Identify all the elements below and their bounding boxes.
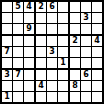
empty-cell-r5c4[interactable] (36, 47, 46, 57)
given-digit-cell-r7c2[interactable]: 7 (13, 70, 23, 80)
empty-cell-r5c2[interactable] (13, 47, 23, 57)
given-digit-cell-r2c8[interactable]: 3 (81, 13, 91, 23)
sudoku-box-4: 7 (2, 36, 34, 68)
empty-cell-r4c8[interactable] (81, 36, 91, 46)
empty-cell-r9c5[interactable] (47, 92, 57, 102)
empty-cell-r8c9[interactable] (92, 81, 102, 91)
given-digit-cell-r3c3[interactable]: 9 (24, 24, 34, 34)
empty-cell-r7c9[interactable] (92, 70, 102, 80)
empty-cell-r5c7[interactable] (70, 47, 80, 57)
given-digit-cell-r1c2[interactable]: 5 (13, 2, 23, 12)
empty-cell-r6c4[interactable] (36, 58, 46, 68)
given-digit-cell-r9c1[interactable]: 1 (2, 92, 12, 102)
given-digit-cell-r7c8[interactable]: 6 (81, 70, 91, 80)
empty-cell-r4c5[interactable] (47, 36, 57, 46)
empty-cell-r9c2[interactable] (13, 92, 23, 102)
empty-cell-r6c7[interactable] (70, 58, 80, 68)
empty-cell-r2c5[interactable] (47, 13, 57, 23)
empty-cell-r7c7[interactable] (70, 70, 80, 80)
empty-cell-r5c3[interactable] (24, 47, 34, 57)
empty-cell-r2c4[interactable] (36, 13, 46, 23)
empty-cell-r6c5[interactable] (47, 58, 57, 68)
empty-cell-r1c1[interactable] (2, 2, 12, 12)
empty-cell-r5c8[interactable] (81, 47, 91, 57)
given-digit-cell-r7c1[interactable]: 3 (2, 70, 12, 80)
empty-cell-r2c2[interactable] (13, 13, 23, 23)
given-digit-cell-r4c7[interactable]: 2 (70, 36, 80, 46)
empty-cell-r1c6[interactable] (58, 2, 68, 12)
sudoku-box-6: 24 (70, 36, 102, 68)
empty-cell-r6c8[interactable] (81, 58, 91, 68)
empty-cell-r1c8[interactable] (81, 2, 91, 12)
sudoku-box-7: 371 (2, 70, 34, 102)
given-digit-cell-r1c3[interactable]: 4 (24, 2, 34, 12)
empty-cell-r4c3[interactable] (24, 36, 34, 46)
empty-cell-r1c9[interactable] (92, 2, 102, 12)
empty-cell-r6c2[interactable] (13, 58, 23, 68)
given-digit-cell-r5c5[interactable]: 3 (47, 47, 57, 57)
empty-cell-r9c9[interactable] (92, 92, 102, 102)
empty-cell-r9c3[interactable] (24, 92, 34, 102)
sudoku-box-3: 3 (70, 2, 102, 34)
sudoku-board: 54926373124371468 (0, 0, 104, 104)
given-digit-cell-r1c5[interactable]: 6 (47, 2, 57, 12)
empty-cell-r8c8[interactable] (81, 81, 91, 91)
given-digit-cell-r1c4[interactable]: 2 (36, 2, 46, 12)
empty-cell-r8c1[interactable] (2, 81, 12, 91)
empty-cell-r4c2[interactable] (13, 36, 23, 46)
empty-cell-r3c6[interactable] (58, 24, 68, 34)
given-digit-cell-r4c9[interactable]: 4 (92, 36, 102, 46)
empty-cell-r9c6[interactable] (58, 92, 68, 102)
given-digit-cell-r6c6[interactable]: 1 (58, 58, 68, 68)
empty-cell-r3c2[interactable] (13, 24, 23, 34)
empty-cell-r6c1[interactable] (2, 58, 12, 68)
empty-cell-r7c3[interactable] (24, 70, 34, 80)
empty-cell-r6c9[interactable] (92, 58, 102, 68)
empty-cell-r4c1[interactable] (2, 36, 12, 46)
empty-cell-r3c1[interactable] (2, 24, 12, 34)
sudoku-box-1: 549 (2, 2, 34, 34)
sudoku-box-8: 4 (36, 70, 68, 102)
empty-cell-r2c6[interactable] (58, 13, 68, 23)
given-digit-cell-r5c1[interactable]: 7 (2, 47, 12, 57)
empty-cell-r8c2[interactable] (13, 81, 23, 91)
sudoku-box-2: 26 (36, 2, 68, 34)
empty-cell-r5c9[interactable] (92, 47, 102, 57)
given-digit-cell-r8c7[interactable]: 8 (70, 81, 80, 91)
empty-cell-r8c5[interactable] (47, 81, 57, 91)
empty-cell-r2c7[interactable] (70, 13, 80, 23)
empty-cell-r2c1[interactable] (2, 13, 12, 23)
empty-cell-r4c4[interactable] (36, 36, 46, 46)
empty-cell-r3c4[interactable] (36, 24, 46, 34)
empty-cell-r4c6[interactable] (58, 36, 68, 46)
empty-cell-r2c3[interactable] (24, 13, 34, 23)
empty-cell-r9c8[interactable] (81, 92, 91, 102)
empty-cell-r3c5[interactable] (47, 24, 57, 34)
empty-cell-r2c9[interactable] (92, 13, 102, 23)
empty-cell-r1c7[interactable] (70, 2, 80, 12)
empty-cell-r7c4[interactable] (36, 70, 46, 80)
empty-cell-r8c3[interactable] (24, 81, 34, 91)
empty-cell-r9c7[interactable] (70, 92, 80, 102)
given-digit-cell-r8c4[interactable]: 4 (36, 81, 46, 91)
sudoku-box-5: 31 (36, 36, 68, 68)
empty-cell-r3c9[interactable] (92, 24, 102, 34)
empty-cell-r6c3[interactable] (24, 58, 34, 68)
empty-cell-r7c5[interactable] (47, 70, 57, 80)
empty-cell-r9c4[interactable] (36, 92, 46, 102)
empty-cell-r8c6[interactable] (58, 81, 68, 91)
empty-cell-r5c6[interactable] (58, 47, 68, 57)
sudoku-box-9: 68 (70, 70, 102, 102)
empty-cell-r3c7[interactable] (70, 24, 80, 34)
empty-cell-r3c8[interactable] (81, 24, 91, 34)
empty-cell-r7c6[interactable] (58, 70, 68, 80)
